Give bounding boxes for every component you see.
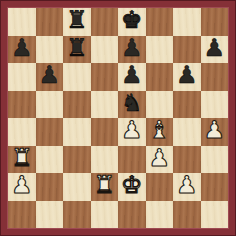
square-b3[interactable] [36,146,64,174]
square-f4[interactable]: ♝ [146,118,174,146]
square-e5[interactable]: ♞ [118,91,146,119]
square-g5[interactable] [173,91,201,119]
square-a8[interactable] [8,8,36,36]
square-b1[interactable] [36,201,64,229]
black-rook[interactable]: ♜ [66,36,88,63]
square-g1[interactable] [173,201,201,229]
square-e7[interactable]: ♟ [118,36,146,64]
square-f7[interactable] [146,36,174,64]
square-a3[interactable]: ♜ [8,146,36,174]
black-pawn[interactable]: ♟ [38,63,60,90]
square-e1[interactable] [118,201,146,229]
square-a1[interactable] [8,201,36,229]
square-a6[interactable] [8,63,36,91]
black-pawn[interactable]: ♟ [203,36,225,63]
square-e4[interactable]: ♟ [118,118,146,146]
square-e8[interactable]: ♚ [118,8,146,36]
square-b4[interactable] [36,118,64,146]
square-b5[interactable] [36,91,64,119]
square-g7[interactable] [173,36,201,64]
square-h8[interactable] [201,8,229,36]
square-c5[interactable] [63,91,91,119]
square-d5[interactable] [91,91,119,119]
square-h6[interactable] [201,63,229,91]
square-c7[interactable]: ♜ [63,36,91,64]
chess-board: ♜♚♟♜♟♟♟♟♟♞♟♝♟♜♟♟♜♚♟ [8,8,228,228]
square-g3[interactable] [173,146,201,174]
square-f8[interactable] [146,8,174,36]
square-c2[interactable] [63,173,91,201]
square-e3[interactable] [118,146,146,174]
square-d6[interactable] [91,63,119,91]
black-king[interactable]: ♚ [121,8,143,35]
chess-board-frame: ♜♚♟♜♟♟♟♟♟♞♟♝♟♜♟♟♜♚♟ [0,0,236,236]
square-b2[interactable] [36,173,64,201]
square-c3[interactable] [63,146,91,174]
square-c4[interactable] [63,118,91,146]
black-pawn[interactable]: ♟ [176,63,198,90]
white-pawn[interactable]: ♟ [148,146,170,173]
square-b6[interactable]: ♟ [36,63,64,91]
white-pawn[interactable]: ♟ [11,173,33,200]
square-h7[interactable]: ♟ [201,36,229,64]
square-g4[interactable] [173,118,201,146]
square-h2[interactable] [201,173,229,201]
black-pawn[interactable]: ♟ [11,36,33,63]
square-c6[interactable] [63,63,91,91]
square-d1[interactable] [91,201,119,229]
white-rook[interactable]: ♜ [11,146,33,173]
square-h3[interactable] [201,146,229,174]
square-a4[interactable] [8,118,36,146]
black-rook[interactable]: ♜ [66,8,88,35]
square-b8[interactable] [36,8,64,36]
square-h4[interactable]: ♟ [201,118,229,146]
square-d8[interactable] [91,8,119,36]
square-f6[interactable] [146,63,174,91]
square-a2[interactable]: ♟ [8,173,36,201]
white-king[interactable]: ♚ [121,173,143,200]
square-d4[interactable] [91,118,119,146]
square-f5[interactable] [146,91,174,119]
square-a7[interactable]: ♟ [8,36,36,64]
square-d7[interactable] [91,36,119,64]
square-b7[interactable] [36,36,64,64]
white-pawn[interactable]: ♟ [203,118,225,145]
square-c8[interactable]: ♜ [63,8,91,36]
square-g6[interactable]: ♟ [173,63,201,91]
square-e6[interactable]: ♟ [118,63,146,91]
black-pawn[interactable]: ♟ [121,36,143,63]
square-c1[interactable] [63,201,91,229]
white-pawn[interactable]: ♟ [176,173,198,200]
square-f3[interactable]: ♟ [146,146,174,174]
white-bishop[interactable]: ♝ [148,118,170,145]
square-h1[interactable] [201,201,229,229]
square-f1[interactable] [146,201,174,229]
white-rook[interactable]: ♜ [93,173,115,200]
square-a5[interactable] [8,91,36,119]
square-g2[interactable]: ♟ [173,173,201,201]
square-d3[interactable] [91,146,119,174]
square-e2[interactable]: ♚ [118,173,146,201]
square-h5[interactable] [201,91,229,119]
square-d2[interactable]: ♜ [91,173,119,201]
square-f2[interactable] [146,173,174,201]
white-pawn[interactable]: ♟ [121,118,143,145]
black-knight[interactable]: ♞ [121,91,143,118]
black-pawn[interactable]: ♟ [121,63,143,90]
square-g8[interactable] [173,8,201,36]
